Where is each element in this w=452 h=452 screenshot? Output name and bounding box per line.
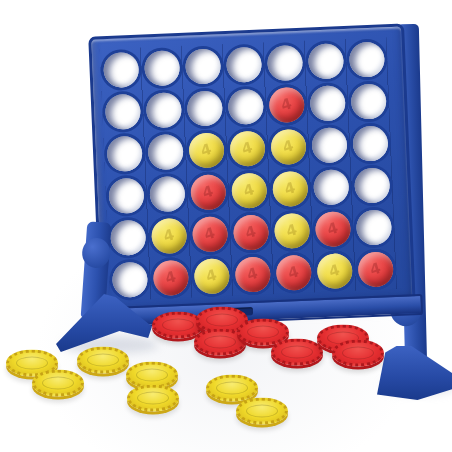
cell-r5c3: 4 <box>189 212 232 256</box>
cell-r5c4: 4 <box>230 210 273 254</box>
loose-disc-yellow <box>77 347 129 374</box>
cell-r3c7 <box>349 121 392 165</box>
disc-red: 4 <box>269 86 305 122</box>
cell-r3c5: 4 <box>267 125 310 169</box>
disc-yellow: 4 <box>194 258 230 294</box>
cell-r2c2 <box>142 88 185 132</box>
cell-r5c6: 4 <box>312 207 355 251</box>
cell-r4c5: 4 <box>269 167 312 211</box>
disc-red: 4 <box>190 174 226 210</box>
disc-yellow: 4 <box>270 128 306 164</box>
cell-r6c1 <box>109 257 152 301</box>
cell-r1c4 <box>223 42 266 86</box>
disc-emboss-mark: 4 <box>287 264 301 281</box>
disc-emboss-mark: 4 <box>280 96 294 113</box>
loose-disc-yellow <box>32 370 84 397</box>
disc-emboss-mark: 4 <box>201 183 215 200</box>
cell-r3c1 <box>103 131 146 175</box>
cell-r3c3: 4 <box>185 128 228 172</box>
board-grid: 444444444444444444 <box>100 37 397 301</box>
disc-red: 4 <box>192 216 228 252</box>
loose-disc-yellow <box>236 398 288 425</box>
cell-r4c3: 4 <box>187 170 230 214</box>
disc-emboss-mark: 4 <box>162 227 176 244</box>
loose-disc-red <box>271 339 323 366</box>
connect-four-board: 444444444444444444 <box>88 24 416 319</box>
cell-r1c6 <box>305 39 348 83</box>
disc-emboss-mark: 4 <box>205 267 219 284</box>
disc-yellow: 4 <box>274 212 310 248</box>
cell-r4c4: 4 <box>228 168 271 212</box>
disc-emboss-mark: 4 <box>328 262 342 279</box>
disc-red: 4 <box>153 259 189 295</box>
cell-r2c4 <box>224 84 267 128</box>
disc-red: 4 <box>235 256 271 292</box>
cell-r3c6 <box>308 123 351 167</box>
cell-r4c1 <box>105 173 148 217</box>
cell-r3c2 <box>144 130 187 174</box>
loose-disc-yellow <box>127 385 179 412</box>
cell-r5c7 <box>353 205 396 249</box>
cell-r1c3 <box>182 44 225 88</box>
disc-emboss-mark: 4 <box>281 138 295 155</box>
cell-r1c2 <box>141 46 184 90</box>
loose-disc-yellow <box>206 375 258 402</box>
disc-emboss-mark: 4 <box>369 260 383 277</box>
cell-r3c4: 4 <box>226 126 269 170</box>
right-foot <box>377 346 452 400</box>
disc-emboss-mark: 4 <box>246 265 260 282</box>
cell-r5c1 <box>107 215 150 259</box>
cell-r5c2: 4 <box>148 214 191 258</box>
cell-r6c5: 4 <box>272 250 315 294</box>
disc-yellow: 4 <box>231 172 267 208</box>
cell-r6c7: 4 <box>354 247 397 291</box>
cell-r4c7 <box>351 163 394 207</box>
disc-emboss-mark: 4 <box>283 180 297 197</box>
cell-r2c7 <box>347 79 390 123</box>
cell-r6c4: 4 <box>231 252 274 296</box>
cell-r2c1 <box>102 90 145 134</box>
disc-emboss-mark: 4 <box>326 220 340 237</box>
cell-r6c6: 4 <box>313 249 356 293</box>
cell-r1c1 <box>100 48 143 92</box>
disc-yellow: 4 <box>188 132 224 168</box>
disc-red: 4 <box>315 210 351 246</box>
disc-red: 4 <box>357 251 393 287</box>
disc-emboss-mark: 4 <box>244 223 258 240</box>
cell-r2c6 <box>306 81 349 125</box>
disc-emboss-mark: 4 <box>164 269 178 286</box>
disc-yellow: 4 <box>317 252 353 288</box>
scene: 444444444444444444 <box>0 0 452 452</box>
disc-emboss-mark: 4 <box>285 222 299 239</box>
disc-red: 4 <box>233 214 269 250</box>
disc-red: 4 <box>276 254 312 290</box>
disc-emboss-mark: 4 <box>203 225 217 242</box>
cell-r6c3: 4 <box>190 254 233 298</box>
cell-r2c3 <box>183 86 226 130</box>
disc-emboss-mark: 4 <box>242 181 256 198</box>
cell-r4c6 <box>310 165 353 209</box>
disc-yellow: 4 <box>272 170 308 206</box>
cell-r1c7 <box>346 37 389 81</box>
cell-r4c2 <box>146 172 189 216</box>
disc-yellow: 4 <box>151 217 187 253</box>
cell-r5c5: 4 <box>271 209 314 253</box>
disc-emboss-mark: 4 <box>240 139 254 156</box>
cell-r6c2: 4 <box>150 256 193 300</box>
cell-r1c5 <box>264 41 307 85</box>
disc-emboss-mark: 4 <box>199 141 213 158</box>
cell-r2c5: 4 <box>265 83 308 127</box>
loose-disc-red <box>332 340 384 367</box>
disc-yellow: 4 <box>229 130 265 166</box>
